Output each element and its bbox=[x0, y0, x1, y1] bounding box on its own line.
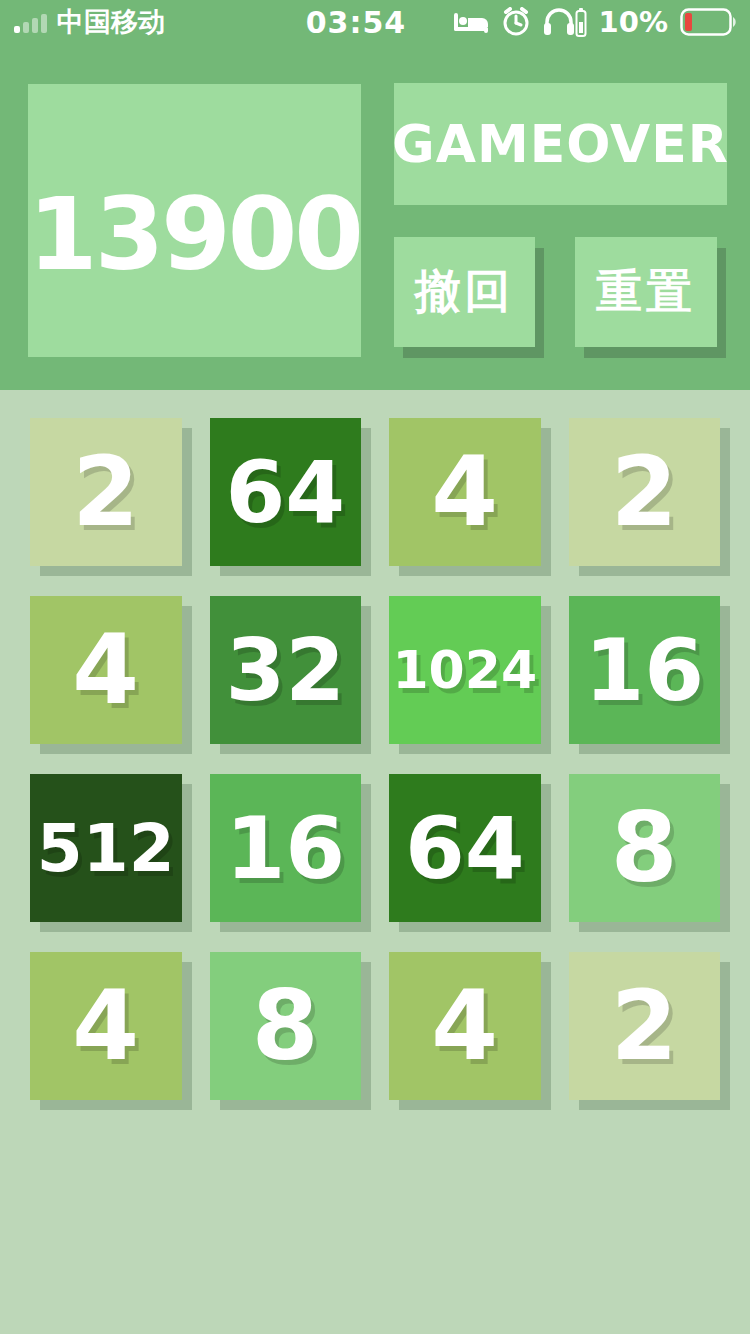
tile-r3c3-value-2: 2 bbox=[569, 952, 721, 1100]
tile-r3c2-value-4: 4 bbox=[389, 952, 541, 1100]
signal-strength-icon bbox=[14, 11, 47, 33]
tile-r3c1-value-8: 8 bbox=[210, 952, 362, 1100]
status-bar: 中国移动 03:54 bbox=[0, 0, 750, 44]
score-panel: 13900 bbox=[28, 84, 361, 357]
clock-label: 03:54 bbox=[274, 5, 438, 40]
tile-r3c0-value-4: 4 bbox=[30, 952, 182, 1100]
reset-button[interactable]: 重置 bbox=[575, 237, 717, 347]
tile-r1c3-value-16: 16 bbox=[569, 596, 721, 744]
tile-r2c2-value-64: 64 bbox=[389, 774, 541, 922]
alarm-clock-icon bbox=[501, 7, 531, 37]
carrier-label: 中国移动 bbox=[57, 4, 165, 40]
tile-r0c1-value-64: 64 bbox=[210, 418, 362, 566]
bed-icon bbox=[453, 9, 489, 35]
board[interactable]: 26442432102416512166484842 bbox=[0, 390, 750, 1100]
tile-r2c1-value-16: 16 bbox=[210, 774, 362, 922]
gameover-banner: GAMEOVER bbox=[394, 83, 727, 205]
score-value: 13900 bbox=[28, 176, 361, 293]
tile-r0c0-value-2: 2 bbox=[30, 418, 182, 566]
status-bar-left: 中国移动 bbox=[0, 4, 274, 40]
undo-button[interactable]: 撤回 bbox=[394, 237, 535, 347]
phone-screen: 中国移动 03:54 bbox=[0, 0, 750, 1334]
status-bar-right: 10% bbox=[438, 5, 750, 39]
tile-r1c1-value-32: 32 bbox=[210, 596, 362, 744]
gameover-label: GAMEOVER bbox=[392, 114, 729, 174]
tile-r1c0-value-4: 4 bbox=[30, 596, 182, 744]
tile-r0c2-value-4: 4 bbox=[389, 418, 541, 566]
tile-r2c3-value-8: 8 bbox=[569, 774, 721, 922]
battery-percent-label: 10% bbox=[599, 5, 668, 39]
tile-r2c0-value-512: 512 bbox=[30, 774, 182, 922]
headphones-battery-icon bbox=[543, 6, 587, 38]
tile-r0c3-value-2: 2 bbox=[569, 418, 721, 566]
battery-icon bbox=[680, 8, 738, 36]
tile-r1c2-value-1024: 1024 bbox=[389, 596, 541, 744]
